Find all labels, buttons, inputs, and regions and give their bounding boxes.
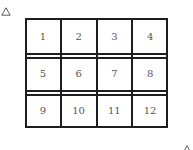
grid-cell: 10 [61,93,97,128]
grid-line-vertical [25,18,27,128]
grid-line-vertical [60,18,62,128]
grid-cell: 9 [25,93,61,128]
grid-line-vertical [131,18,133,128]
grid-cell: 2 [61,18,97,55]
grid-cell: 3 [97,18,133,55]
number-grid-board: 1 2 3 4 5 6 7 8 9 10 11 12 [25,18,168,128]
triangle-icon [1,7,11,16]
grid-cell: 11 [97,93,133,128]
grid-cell: 6 [61,55,97,93]
grid-cell: 1 [25,18,61,55]
grid-cell: 8 [132,55,168,93]
grid-cell: 12 [132,93,168,128]
triangle-marker-bottom-right [182,139,192,148]
triangle-marker-top-left [1,1,11,10]
grid-line-vertical [96,18,98,128]
grid-cell: 7 [97,55,133,93]
triangle-icon [182,145,192,150]
grid-line-vertical [166,18,168,128]
grid-cell: 5 [25,55,61,93]
grid-cell: 4 [132,18,168,55]
